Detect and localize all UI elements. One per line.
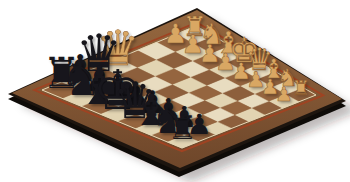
chess-set-photo: ♜♟♞♟♝♟♚♛♟♛♛♟♝♟♟♞♜♟♟♜♞♟♟♝♟♚♟♟♛♟♝♟♞♜ [0, 0, 350, 182]
chess-board [0, 0, 350, 182]
